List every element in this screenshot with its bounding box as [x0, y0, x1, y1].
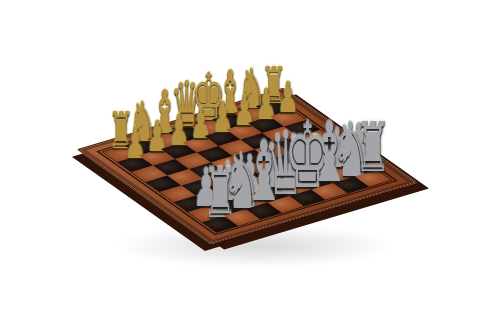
- board-leather-frame: ♜♞♝♛♚♝♞♜♟♟♟♟♟♟♟♟♟♟♟♟♟♟♟♟♜♞♝♛♚♝♞♜: [77, 88, 417, 245]
- product-photo-scene: ♜♞♝♛♚♝♞♜♟♟♟♟♟♟♟♟♟♟♟♟♟♟♟♟♜♞♝♛♚♝♞♜: [0, 0, 480, 320]
- board-grid: ♜♞♝♛♚♝♞♜♟♟♟♟♟♟♟♟♟♟♟♟♟♟♟♟♜♞♝♛♚♝♞♜: [102, 99, 392, 233]
- chess-board: ♜♞♝♛♚♝♞♜♟♟♟♟♟♟♟♟♟♟♟♟♟♟♟♟♜♞♝♛♚♝♞♜: [77, 88, 417, 245]
- piece-black-rook: ♜: [261, 60, 287, 110]
- board-tooled-border: ♜♞♝♛♚♝♞♜♟♟♟♟♟♟♟♟♟♟♟♟♟♟♟♟♜♞♝♛♚♝♞♜: [96, 97, 398, 236]
- piece-black-pawn: ♟: [277, 77, 299, 120]
